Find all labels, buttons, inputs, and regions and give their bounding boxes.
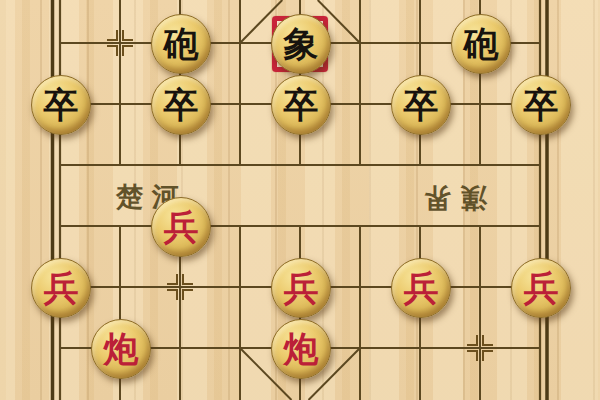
piece-black-soldier[interactable]: 卒 — [31, 75, 91, 135]
point-marker — [167, 274, 193, 300]
piece-black-soldier[interactable]: 卒 — [511, 75, 571, 135]
piece-glyph: 兵 — [284, 270, 319, 305]
point-marker — [107, 30, 133, 56]
piece-glyph: 兵 — [404, 270, 439, 305]
marker-corner — [107, 30, 118, 41]
piece-black-soldier[interactable]: 卒 — [151, 75, 211, 135]
piece-black-soldier[interactable]: 卒 — [271, 75, 331, 135]
piece-glyph: 砲 — [164, 26, 199, 61]
piece-black-cannon[interactable]: 砲 — [451, 14, 511, 74]
marker-corner — [167, 274, 178, 285]
piece-black-soldier[interactable]: 卒 — [391, 75, 451, 135]
piece-red-soldier[interactable]: 兵 — [31, 258, 91, 318]
piece-glyph: 炮 — [104, 331, 139, 366]
marker-corner — [482, 350, 493, 361]
piece-glyph: 兵 — [524, 270, 559, 305]
marker-corner — [467, 335, 478, 346]
marker-corner — [182, 289, 193, 300]
piece-glyph: 卒 — [44, 87, 79, 122]
piece-glyph: 卒 — [164, 87, 199, 122]
marker-corner — [182, 274, 193, 285]
piece-black-elephant[interactable]: 象 — [271, 14, 331, 74]
piece-glyph: 卒 — [404, 87, 439, 122]
piece-black-cannon[interactable]: 砲 — [151, 14, 211, 74]
xiangqi-board[interactable]: 楚河 漢界 砲 象 砲 卒 卒 卒 卒 卒 兵 兵 兵 兵 兵 炮 炮 — [0, 0, 600, 400]
piece-red-soldier[interactable]: 兵 — [511, 258, 571, 318]
piece-red-soldier[interactable]: 兵 — [391, 258, 451, 318]
point-marker — [467, 335, 493, 361]
piece-glyph: 兵 — [164, 209, 199, 244]
piece-glyph: 象 — [284, 26, 319, 61]
marker-corner — [482, 335, 493, 346]
marker-corner — [167, 289, 178, 300]
piece-red-soldier[interactable]: 兵 — [151, 197, 211, 257]
marker-corner — [107, 45, 118, 56]
marker-corner — [122, 30, 133, 41]
piece-glyph: 炮 — [284, 331, 319, 366]
piece-red-cannon[interactable]: 炮 — [271, 319, 331, 379]
piece-glyph: 兵 — [44, 270, 79, 305]
piece-red-soldier[interactable]: 兵 — [271, 258, 331, 318]
marker-corner — [122, 45, 133, 56]
river-text-han-jie: 漢界 — [415, 180, 487, 216]
piece-glyph: 卒 — [284, 87, 319, 122]
piece-glyph: 卒 — [524, 87, 559, 122]
piece-glyph: 砲 — [464, 26, 499, 61]
piece-red-cannon[interactable]: 炮 — [91, 319, 151, 379]
marker-corner — [467, 350, 478, 361]
